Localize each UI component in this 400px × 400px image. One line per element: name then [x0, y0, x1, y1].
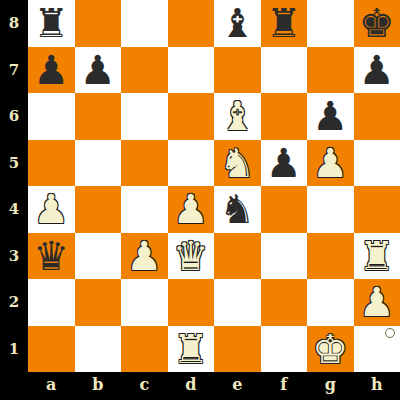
square-d3[interactable]: ♛	[168, 233, 215, 280]
square-a7[interactable]: ♟	[28, 47, 75, 94]
square-a4[interactable]: ♟	[28, 186, 75, 233]
square-b5[interactable]	[75, 140, 122, 187]
rank-label-6: 6	[0, 93, 28, 140]
piece-white-rook[interactable]: ♜	[359, 233, 395, 280]
rank-label-1: 1	[0, 326, 28, 373]
square-e6[interactable]: ♝	[214, 93, 261, 140]
square-c4[interactable]	[121, 186, 168, 233]
white-to-move-indicator	[385, 328, 395, 338]
square-b2[interactable]	[75, 279, 122, 326]
file-label-d: d	[168, 372, 215, 400]
square-a8[interactable]: ♜	[28, 0, 75, 47]
square-h5[interactable]	[354, 140, 400, 187]
square-g6[interactable]: ♟	[307, 93, 354, 140]
square-b1[interactable]	[75, 326, 122, 373]
square-g2[interactable]	[307, 279, 354, 326]
piece-black-bishop[interactable]: ♝	[219, 0, 255, 47]
square-b7[interactable]: ♟	[75, 47, 122, 94]
square-e3[interactable]	[214, 233, 261, 280]
square-c5[interactable]	[121, 140, 168, 187]
square-d2[interactable]	[168, 279, 215, 326]
square-e7[interactable]	[214, 47, 261, 94]
square-a2[interactable]	[28, 279, 75, 326]
square-f5[interactable]: ♟	[261, 140, 308, 187]
square-b8[interactable]	[75, 0, 122, 47]
piece-black-pawn[interactable]: ♟	[33, 47, 69, 94]
square-f7[interactable]	[261, 47, 308, 94]
square-d4[interactable]: ♟	[168, 186, 215, 233]
square-e4[interactable]: ♞	[214, 186, 261, 233]
square-a3[interactable]: ♛	[28, 233, 75, 280]
rank-label-5: 5	[0, 140, 28, 187]
piece-black-king[interactable]: ♚	[359, 0, 395, 47]
piece-black-knight[interactable]: ♞	[219, 186, 255, 233]
square-b4[interactable]	[75, 186, 122, 233]
piece-black-pawn[interactable]: ♟	[359, 47, 395, 94]
piece-white-rook[interactable]: ♜	[173, 326, 209, 373]
square-g1[interactable]: ♚	[307, 326, 354, 373]
square-c1[interactable]	[121, 326, 168, 373]
square-h6[interactable]	[354, 93, 400, 140]
square-h7[interactable]: ♟	[354, 47, 400, 94]
square-h3[interactable]: ♜	[354, 233, 400, 280]
piece-white-pawn[interactable]: ♟	[33, 186, 69, 233]
square-f1[interactable]	[261, 326, 308, 373]
square-a5[interactable]	[28, 140, 75, 187]
square-e8[interactable]: ♝	[214, 0, 261, 47]
piece-white-queen[interactable]: ♛	[173, 233, 209, 280]
square-c2[interactable]	[121, 279, 168, 326]
piece-white-knight[interactable]: ♞	[219, 140, 255, 187]
piece-black-rook[interactable]: ♜	[266, 0, 302, 47]
file-label-e: e	[214, 372, 261, 400]
square-b6[interactable]	[75, 93, 122, 140]
square-a6[interactable]	[28, 93, 75, 140]
square-h2[interactable]: ♟	[354, 279, 400, 326]
square-c3[interactable]: ♟	[121, 233, 168, 280]
piece-white-pawn[interactable]: ♟	[126, 233, 162, 280]
file-label-a: a	[28, 372, 75, 400]
rank-label-4: 4	[0, 186, 28, 233]
square-g5[interactable]: ♟	[307, 140, 354, 187]
file-label-f: f	[261, 372, 308, 400]
square-d8[interactable]	[168, 0, 215, 47]
chessboard[interactable]: ♜♝♜♚♟♟♟♝♟♞♟♟♟♟♞♛♟♛♜♟♜♚	[28, 0, 400, 372]
square-h4[interactable]	[354, 186, 400, 233]
piece-black-rook[interactable]: ♜	[33, 0, 69, 47]
rank-label-3: 3	[0, 233, 28, 280]
square-h8[interactable]: ♚	[354, 0, 400, 47]
square-c8[interactable]	[121, 0, 168, 47]
rank-labels: 87654321	[0, 0, 28, 372]
piece-black-pawn[interactable]: ♟	[312, 93, 348, 140]
square-g4[interactable]	[307, 186, 354, 233]
square-e2[interactable]	[214, 279, 261, 326]
square-g7[interactable]	[307, 47, 354, 94]
square-e1[interactable]	[214, 326, 261, 373]
rank-label-7: 7	[0, 47, 28, 94]
piece-white-bishop[interactable]: ♝	[219, 93, 255, 140]
square-d6[interactable]	[168, 93, 215, 140]
square-f4[interactable]	[261, 186, 308, 233]
square-d5[interactable]	[168, 140, 215, 187]
square-b3[interactable]	[75, 233, 122, 280]
piece-black-queen[interactable]: ♛	[33, 233, 69, 280]
square-g3[interactable]	[307, 233, 354, 280]
square-f8[interactable]: ♜	[261, 0, 308, 47]
square-d1[interactable]: ♜	[168, 326, 215, 373]
file-label-h: h	[354, 372, 400, 400]
square-f3[interactable]	[261, 233, 308, 280]
piece-white-pawn[interactable]: ♟	[359, 279, 395, 326]
file-label-c: c	[121, 372, 168, 400]
square-f6[interactable]	[261, 93, 308, 140]
square-a1[interactable]	[28, 326, 75, 373]
piece-white-pawn[interactable]: ♟	[312, 140, 348, 187]
rank-label-2: 2	[0, 279, 28, 326]
square-e5[interactable]: ♞	[214, 140, 261, 187]
chess-puzzle-diagram: 87654321 ♜♝♜♚♟♟♟♝♟♞♟♟♟♟♞♛♟♛♜♟♜♚ abcdefgh	[0, 0, 400, 400]
square-d7[interactable]	[168, 47, 215, 94]
file-label-g: g	[307, 372, 354, 400]
file-labels: abcdefgh	[28, 372, 400, 400]
piece-black-pawn[interactable]: ♟	[266, 140, 302, 187]
square-c7[interactable]	[121, 47, 168, 94]
square-c6[interactable]	[121, 93, 168, 140]
piece-white-pawn[interactable]: ♟	[173, 186, 209, 233]
square-g8[interactable]	[307, 0, 354, 47]
piece-black-pawn[interactable]: ♟	[80, 47, 116, 94]
rank-label-8: 8	[0, 0, 28, 47]
square-f2[interactable]	[261, 279, 308, 326]
file-label-b: b	[75, 372, 122, 400]
piece-white-king[interactable]: ♚	[312, 326, 348, 373]
